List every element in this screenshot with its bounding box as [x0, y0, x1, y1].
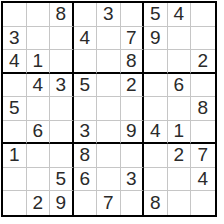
cell-r8c3[interactable]: 5: [50, 168, 74, 192]
cell-r2c8[interactable]: [168, 27, 192, 51]
cell-r5c8[interactable]: [168, 97, 192, 121]
cell-r3c1[interactable]: 4: [3, 50, 27, 74]
cell-r2c7[interactable]: 9: [144, 27, 168, 51]
cell-r7c5[interactable]: [97, 144, 121, 168]
cell-r1c7[interactable]: 5: [144, 3, 168, 27]
cell-r3c9[interactable]: 2: [191, 50, 215, 74]
cell-r2c6[interactable]: 7: [121, 27, 145, 51]
cell-r9c7[interactable]: 8: [144, 191, 168, 215]
cell-r2c1[interactable]: 3: [3, 27, 27, 51]
cell-r5c7[interactable]: [144, 97, 168, 121]
cell-r9c9[interactable]: [191, 191, 215, 215]
cell-r7c9[interactable]: 7: [191, 144, 215, 168]
cell-r4c4[interactable]: 5: [74, 74, 98, 98]
cell-r5c4[interactable]: [74, 97, 98, 121]
cell-r8c8[interactable]: [168, 168, 192, 192]
cell-r4c9[interactable]: [191, 74, 215, 98]
cell-r3c6[interactable]: 8: [121, 50, 145, 74]
cell-r2c4[interactable]: 4: [74, 27, 98, 51]
cell-r3c8[interactable]: [168, 50, 192, 74]
cell-r4c7[interactable]: [144, 74, 168, 98]
cell-r9c6[interactable]: [121, 191, 145, 215]
cell-r5c9[interactable]: 8: [191, 97, 215, 121]
cell-r9c3[interactable]: 9: [50, 191, 74, 215]
cell-r3c7[interactable]: [144, 50, 168, 74]
cell-r4c5[interactable]: [97, 74, 121, 98]
cell-r6c4[interactable]: 3: [74, 121, 98, 145]
cell-r3c5[interactable]: [97, 50, 121, 74]
cell-r8c2[interactable]: [27, 168, 51, 192]
cell-r5c5[interactable]: [97, 97, 121, 121]
cell-r8c9[interactable]: 4: [191, 168, 215, 192]
cell-r8c7[interactable]: [144, 168, 168, 192]
cell-r3c3[interactable]: [50, 50, 74, 74]
cell-r2c9[interactable]: [191, 27, 215, 51]
cell-r6c7[interactable]: 4: [144, 121, 168, 145]
cell-r8c4[interactable]: 6: [74, 168, 98, 192]
cell-r6c3[interactable]: [50, 121, 74, 145]
cell-r3c2[interactable]: 1: [27, 50, 51, 74]
cell-r4c3[interactable]: 3: [50, 74, 74, 98]
cell-r6c8[interactable]: 1: [168, 121, 192, 145]
cell-r2c3[interactable]: [50, 27, 74, 51]
cell-r2c2[interactable]: [27, 27, 51, 51]
cell-r1c6[interactable]: [121, 3, 145, 27]
cell-r8c1[interactable]: [3, 168, 27, 192]
cell-r4c2[interactable]: 4: [27, 74, 51, 98]
cell-r4c6[interactable]: 2: [121, 74, 145, 98]
cell-r8c5[interactable]: [97, 168, 121, 192]
cell-r5c3[interactable]: [50, 97, 74, 121]
cell-r1c8[interactable]: 4: [168, 3, 192, 27]
cell-r1c9[interactable]: [191, 3, 215, 27]
cell-r7c4[interactable]: 8: [74, 144, 98, 168]
cell-r9c5[interactable]: 7: [97, 191, 121, 215]
cell-r4c1[interactable]: [3, 74, 27, 98]
cell-r7c2[interactable]: [27, 144, 51, 168]
cell-r5c1[interactable]: 5: [3, 97, 27, 121]
cell-r9c4[interactable]: [74, 191, 98, 215]
cell-r4c8[interactable]: 6: [168, 74, 192, 98]
cell-r7c3[interactable]: [50, 144, 74, 168]
cell-r7c8[interactable]: 2: [168, 144, 192, 168]
cell-r3c4[interactable]: [74, 50, 98, 74]
cell-r7c1[interactable]: 1: [3, 144, 27, 168]
cell-r9c2[interactable]: 2: [27, 191, 51, 215]
cell-r9c1[interactable]: [3, 191, 27, 215]
cell-r6c5[interactable]: [97, 121, 121, 145]
cell-r1c3[interactable]: 8: [50, 3, 74, 27]
cell-r5c6[interactable]: [121, 97, 145, 121]
cell-r6c6[interactable]: 9: [121, 121, 145, 145]
cell-r9c8[interactable]: [168, 191, 192, 215]
cell-r7c7[interactable]: [144, 144, 168, 168]
cell-r1c2[interactable]: [27, 3, 51, 27]
cell-r2c5[interactable]: [97, 27, 121, 51]
cell-r6c1[interactable]: [3, 121, 27, 145]
cell-r1c1[interactable]: [3, 3, 27, 27]
cell-r8c6[interactable]: 3: [121, 168, 145, 192]
cell-r1c5[interactable]: 3: [97, 3, 121, 27]
cell-r6c2[interactable]: 6: [27, 121, 51, 145]
cell-r5c2[interactable]: [27, 97, 51, 121]
cell-r7c6[interactable]: [121, 144, 145, 168]
sudoku-board: 835434794182435265863941182756342978: [1, 1, 217, 217]
cell-r6c9[interactable]: [191, 121, 215, 145]
cell-r1c4[interactable]: [74, 3, 98, 27]
